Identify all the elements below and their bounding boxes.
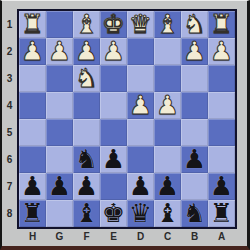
chess-board: ♜♝♚♛♝♞♜♟♟♟♟♟♟♞♟♟♞♟♟♟♟♟♟♟♟♜♝♚♛♝♞♜ (17, 9, 237, 229)
rank-label-6: 6 (2, 146, 17, 173)
file-label-b: B (181, 229, 208, 245)
file-labels: HGFEDCBA (19, 229, 235, 245)
piece-bR-h8[interactable]: ♜ (21, 200, 44, 227)
piece-bP-g7[interactable]: ♟ (48, 173, 71, 200)
square-e4[interactable] (100, 92, 127, 119)
piece-wP-a2[interactable]: ♟ (210, 38, 233, 65)
piece-wN-b1[interactable]: ♞ (183, 11, 206, 38)
square-d1[interactable]: ♛ (127, 11, 154, 38)
piece-wB-c1[interactable]: ♝ (156, 11, 179, 38)
rank-label-8: 8 (2, 200, 17, 227)
file-label-e: E (100, 229, 127, 245)
square-a1[interactable]: ♜ (208, 11, 235, 38)
piece-wP-h2[interactable]: ♟ (21, 38, 44, 65)
square-e1[interactable]: ♚ (100, 11, 127, 38)
square-a4[interactable] (208, 92, 235, 119)
rank-labels: 12345678 (2, 11, 17, 227)
piece-bP-a7[interactable]: ♟ (210, 173, 233, 200)
square-g1[interactable] (46, 11, 73, 38)
square-f5[interactable] (73, 119, 100, 146)
square-f2[interactable]: ♟ (73, 38, 100, 65)
square-b2[interactable]: ♟ (181, 38, 208, 65)
file-label-d: D (127, 229, 154, 245)
square-d2[interactable] (127, 38, 154, 65)
square-d5[interactable] (127, 119, 154, 146)
square-h2[interactable]: ♟ (19, 38, 46, 65)
square-h6[interactable] (19, 146, 46, 173)
square-b7[interactable] (181, 173, 208, 200)
piece-wP-g2[interactable]: ♟ (48, 38, 71, 65)
square-e6[interactable]: ♟ (100, 146, 127, 173)
piece-bP-b6[interactable]: ♟ (183, 146, 206, 173)
piece-wP-e2[interactable]: ♟ (102, 38, 125, 65)
square-e8[interactable]: ♚ (100, 200, 127, 227)
piece-wP-f2[interactable]: ♟ (75, 38, 98, 65)
square-e3[interactable] (100, 65, 127, 92)
rank-label-2: 2 (2, 38, 17, 65)
file-label-a: A (208, 229, 235, 245)
square-g6[interactable] (46, 146, 73, 173)
square-f8[interactable]: ♝ (73, 200, 100, 227)
square-a2[interactable]: ♟ (208, 38, 235, 65)
square-e2[interactable]: ♟ (100, 38, 127, 65)
square-g8[interactable] (46, 200, 73, 227)
piece-bB-f8[interactable]: ♝ (75, 200, 98, 227)
square-h1[interactable]: ♜ (19, 11, 46, 38)
piece-bR-a8[interactable]: ♜ (210, 200, 233, 227)
piece-wP-d4[interactable]: ♟ (129, 92, 152, 119)
square-c8[interactable]: ♝ (154, 200, 181, 227)
square-c2[interactable] (154, 38, 181, 65)
rank-label-4: 4 (2, 92, 17, 119)
square-b8[interactable]: ♞ (181, 200, 208, 227)
square-h4[interactable] (19, 92, 46, 119)
file-label-c: C (154, 229, 181, 245)
square-a5[interactable] (208, 119, 235, 146)
square-h3[interactable] (19, 65, 46, 92)
square-b1[interactable]: ♞ (181, 11, 208, 38)
rank-label-3: 3 (2, 65, 17, 92)
square-f4[interactable] (73, 92, 100, 119)
rank-label-7: 7 (2, 173, 17, 200)
piece-bK-e8[interactable]: ♚ (102, 200, 125, 227)
square-b5[interactable] (181, 119, 208, 146)
rank-label-5: 5 (2, 119, 17, 146)
square-d8[interactable]: ♛ (127, 200, 154, 227)
square-c5[interactable] (154, 119, 181, 146)
square-d4[interactable]: ♟ (127, 92, 154, 119)
square-f6[interactable]: ♞ (73, 146, 100, 173)
square-a7[interactable]: ♟ (208, 173, 235, 200)
square-f1[interactable]: ♝ (73, 11, 100, 38)
square-g2[interactable]: ♟ (46, 38, 73, 65)
file-label-g: G (46, 229, 73, 245)
square-c3[interactable] (154, 65, 181, 92)
piece-wN-f3[interactable]: ♞ (75, 65, 98, 92)
square-c6[interactable] (154, 146, 181, 173)
square-b3[interactable] (181, 65, 208, 92)
piece-wP-c4[interactable]: ♟ (156, 92, 179, 119)
piece-bB-c8[interactable]: ♝ (156, 200, 179, 227)
piece-wR-h1[interactable]: ♜ (21, 11, 44, 38)
square-g7[interactable]: ♟ (46, 173, 73, 200)
square-d7[interactable]: ♟ (127, 173, 154, 200)
piece-bP-c7[interactable]: ♟ (156, 173, 179, 200)
square-g3[interactable] (46, 65, 73, 92)
file-label-h: H (19, 229, 46, 245)
square-e7[interactable] (100, 173, 127, 200)
square-f3[interactable]: ♞ (73, 65, 100, 92)
square-b6[interactable]: ♟ (181, 146, 208, 173)
piece-bP-h7[interactable]: ♟ (21, 173, 44, 200)
piece-bP-d7[interactable]: ♟ (129, 173, 152, 200)
piece-bQ-d8[interactable]: ♛ (129, 200, 152, 227)
square-e5[interactable] (100, 119, 127, 146)
piece-wP-b2[interactable]: ♟ (183, 38, 206, 65)
piece-wB-f1[interactable]: ♝ (75, 11, 98, 38)
square-h7[interactable]: ♟ (19, 173, 46, 200)
square-h8[interactable]: ♜ (19, 200, 46, 227)
square-h5[interactable] (19, 119, 46, 146)
square-a6[interactable] (208, 146, 235, 173)
piece-wK-e1[interactable]: ♚ (102, 11, 125, 38)
square-d3[interactable] (127, 65, 154, 92)
square-a3[interactable] (208, 65, 235, 92)
piece-wQ-d1[interactable]: ♛ (129, 11, 152, 38)
piece-bN-b8[interactable]: ♞ (183, 200, 206, 227)
piece-bP-f7[interactable]: ♟ (75, 173, 98, 200)
chess-diagram: 12345678 ♜♝♚♛♝♞♜♟♟♟♟♟♟♞♟♟♞♟♟♟♟♟♟♟♟♜♝♚♛♝♞… (0, 0, 250, 250)
rank-label-1: 1 (2, 11, 17, 38)
square-g4[interactable] (46, 92, 73, 119)
square-f7[interactable]: ♟ (73, 173, 100, 200)
square-c4[interactable]: ♟ (154, 92, 181, 119)
file-label-f: F (73, 229, 100, 245)
square-g5[interactable] (46, 119, 73, 146)
square-c7[interactable]: ♟ (154, 173, 181, 200)
square-d6[interactable] (127, 146, 154, 173)
piece-wR-a1[interactable]: ♜ (210, 11, 233, 38)
piece-bP-e6[interactable]: ♟ (102, 146, 125, 173)
piece-bN-f6[interactable]: ♞ (75, 146, 98, 173)
square-c1[interactable]: ♝ (154, 11, 181, 38)
square-b4[interactable] (181, 92, 208, 119)
square-a8[interactable]: ♜ (208, 200, 235, 227)
